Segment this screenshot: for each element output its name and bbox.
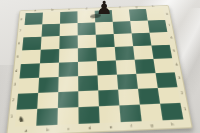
square-r3c4[interactable] — [96, 47, 116, 61]
square-r2c1[interactable] — [41, 36, 60, 50]
rank-label: 2 — [181, 92, 184, 96]
square-r7c2[interactable] — [57, 107, 78, 125]
square-r4c2[interactable] — [59, 62, 78, 77]
square-r1c4[interactable] — [95, 22, 114, 35]
square-r5c7[interactable] — [156, 72, 178, 88]
square-r4c4[interactable] — [97, 60, 117, 75]
square-r2c3[interactable] — [78, 35, 97, 49]
square-r2c2[interactable] — [59, 35, 78, 49]
square-r6c7[interactable] — [158, 87, 181, 104]
square-r1c0[interactable] — [23, 24, 42, 37]
file-label: b — [46, 128, 49, 132]
file-label: d — [88, 126, 91, 130]
square-r6c2[interactable] — [58, 91, 79, 108]
rank-label: 5 — [173, 50, 176, 53]
square-r7c1[interactable] — [36, 108, 58, 126]
photo-scene: abcdefgh abcdefgh 87654321 87654321 ♞ ♟ — [0, 0, 200, 133]
square-r6c6[interactable] — [138, 88, 160, 105]
square-r1c6[interactable] — [130, 21, 149, 34]
square-r4c7[interactable] — [153, 58, 174, 73]
file-label: e — [109, 125, 112, 129]
square-r6c3[interactable] — [78, 90, 99, 107]
rank-label: 2 — [12, 99, 15, 103]
square-r7c3[interactable] — [78, 106, 99, 124]
square-r0c0[interactable] — [25, 13, 43, 25]
square-r5c1[interactable] — [38, 77, 58, 93]
square-r0c6[interactable] — [129, 9, 148, 21]
square-r7c7[interactable] — [160, 103, 183, 120]
square-r3c3[interactable] — [78, 48, 97, 62]
square-r5c2[interactable] — [58, 76, 78, 92]
square-r4c1[interactable] — [39, 63, 59, 78]
square-r1c2[interactable] — [60, 23, 78, 36]
file-label: a — [25, 129, 28, 133]
square-r4c0[interactable] — [19, 63, 39, 78]
square-r5c0[interactable] — [18, 78, 39, 94]
square-r7c4[interactable] — [99, 105, 121, 123]
square-r0c7[interactable] — [146, 8, 165, 20]
rank-label: 7 — [19, 30, 21, 33]
square-r5c5[interactable] — [117, 74, 138, 90]
square-r3c2[interactable] — [59, 48, 78, 62]
rank-label: 1 — [10, 115, 13, 119]
square-r6c1[interactable] — [37, 92, 58, 109]
square-r0c5[interactable] — [112, 9, 130, 21]
square-r5c3[interactable] — [78, 75, 98, 91]
rank-label: 4 — [15, 70, 18, 73]
file-label: f — [130, 125, 132, 129]
square-r6c4[interactable] — [98, 90, 119, 107]
square-r6c0[interactable] — [17, 93, 39, 110]
chessboard-perspective-wrapper: abcdefgh abcdefgh 87654321 87654321 ♞ — [6, 5, 193, 133]
rank-label: 6 — [18, 43, 20, 46]
square-r4c6[interactable] — [135, 59, 156, 74]
square-r4c3[interactable] — [78, 61, 98, 76]
square-r1c1[interactable] — [42, 24, 60, 37]
rank-label: 5 — [16, 56, 19, 59]
rank-label: 1 — [184, 108, 187, 112]
square-r3c1[interactable] — [40, 49, 59, 63]
chessboard: abcdefgh abcdefgh 87654321 87654321 ♞ — [6, 5, 193, 133]
rank-label: 3 — [178, 77, 181, 81]
square-r1c7[interactable] — [148, 20, 168, 33]
square-r2c4[interactable] — [96, 34, 115, 48]
file-label: h — [171, 123, 174, 127]
square-r7c5[interactable] — [119, 105, 141, 123]
board-grid — [15, 8, 184, 126]
rank-label: 3 — [13, 84, 16, 88]
square-r5c4[interactable] — [98, 75, 119, 91]
square-r4c5[interactable] — [116, 60, 136, 75]
square-r1c3[interactable] — [78, 22, 96, 35]
square-r2c0[interactable] — [22, 37, 41, 51]
square-r3c6[interactable] — [133, 45, 153, 59]
square-r2c6[interactable] — [132, 33, 152, 46]
rank-label: 4 — [175, 63, 178, 66]
rank-label: 8 — [166, 13, 169, 16]
square-r1c5[interactable] — [113, 21, 132, 34]
rank-label: 8 — [20, 18, 22, 21]
file-label: g — [150, 124, 153, 128]
square-r3c5[interactable] — [115, 46, 135, 60]
square-r5c6[interactable] — [136, 73, 158, 89]
square-r2c5[interactable] — [114, 33, 133, 47]
file-label: c — [68, 127, 70, 131]
square-r0c2[interactable] — [60, 11, 78, 23]
square-r3c0[interactable] — [21, 50, 41, 64]
square-r0c1[interactable] — [42, 12, 60, 24]
rank-label: 7 — [168, 25, 171, 28]
square-r6c5[interactable] — [118, 89, 140, 106]
square-r3c7[interactable] — [151, 45, 172, 59]
maker-mark-icon: ♞ — [18, 116, 25, 125]
black-pawn-piece[interactable]: ♟ — [96, 0, 112, 18]
square-r2c7[interactable] — [150, 32, 170, 45]
square-r7c6[interactable] — [140, 104, 163, 122]
rank-label: 6 — [170, 37, 173, 40]
